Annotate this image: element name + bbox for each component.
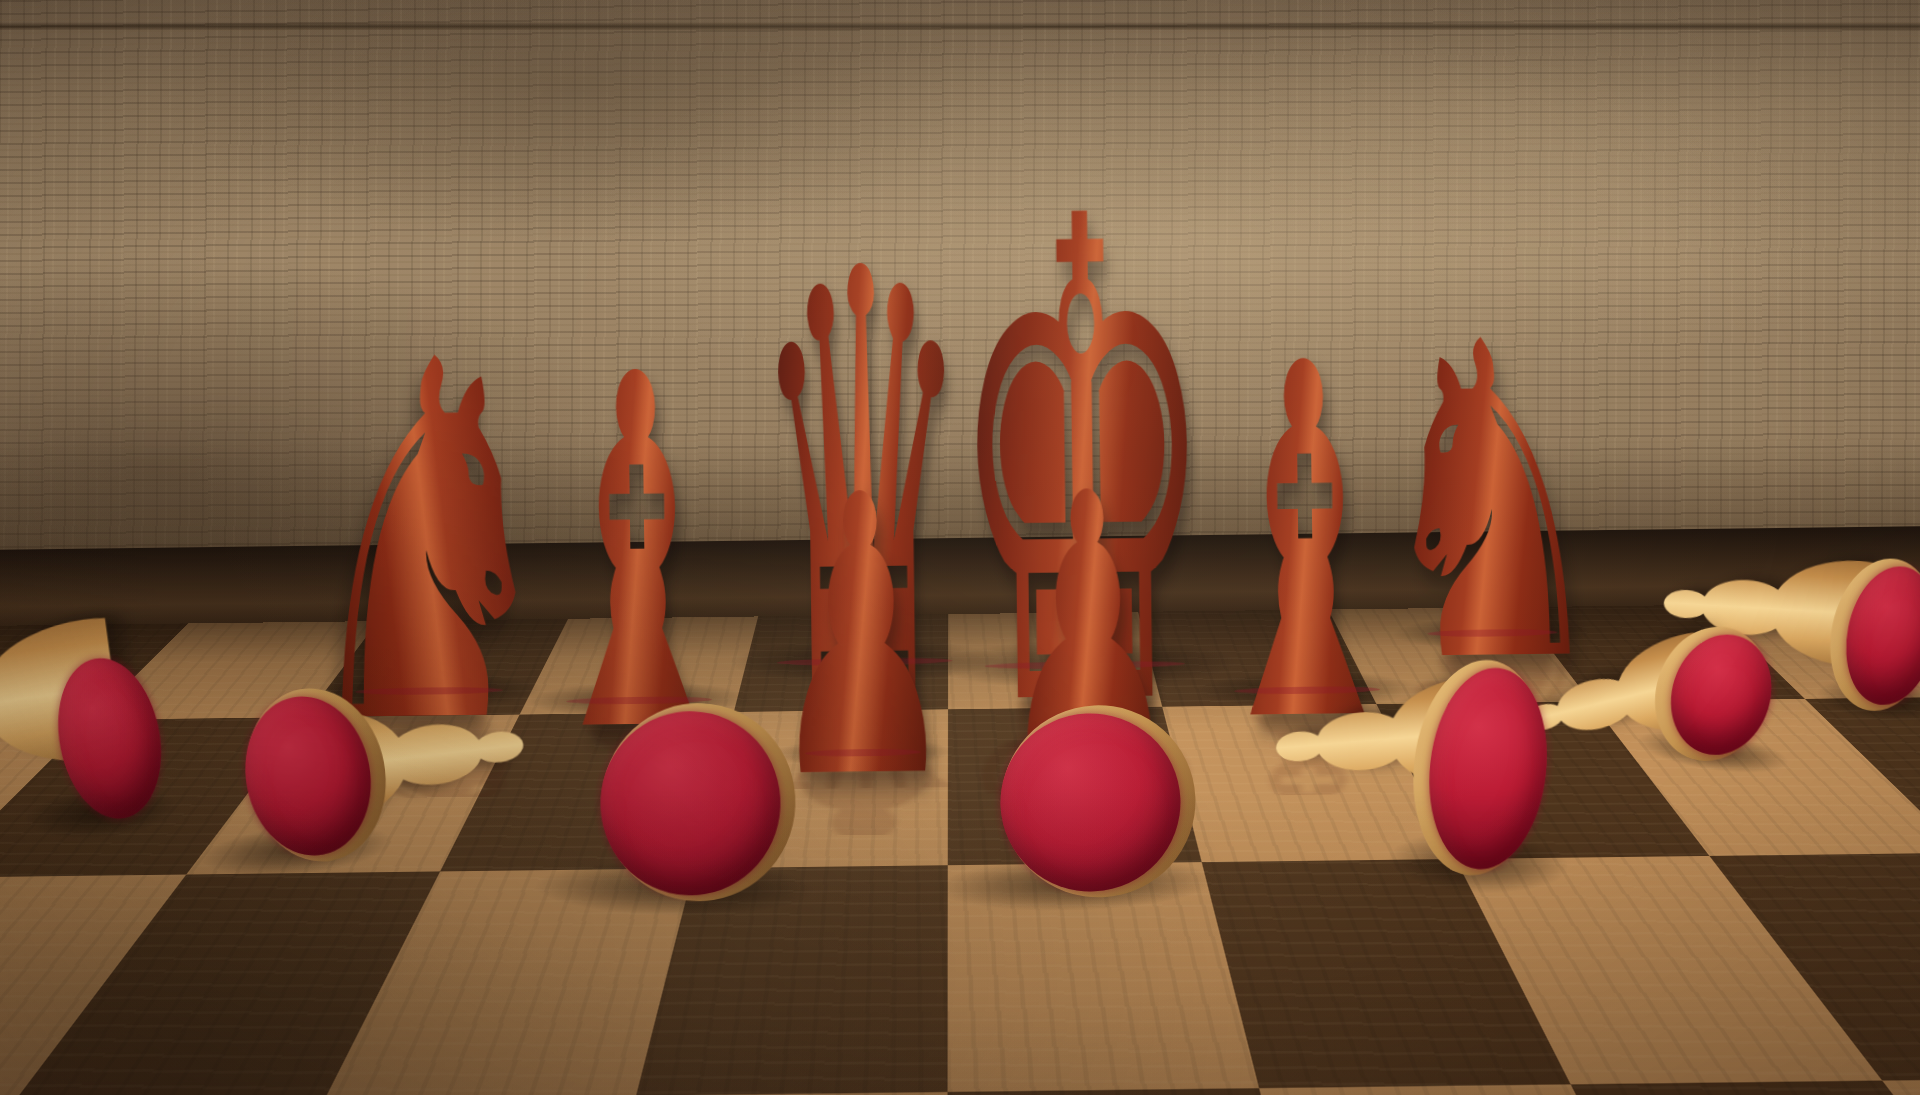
chess-board: ♞♝♛♟♚♟♝♞ ♞♝♛♟♚♟♝♞ ♟♟♟♟♟ xyxy=(0,0,1920,1095)
chess-photo-scene: ♞♝♛♟♚♟♝♞ ♞♝♛♟♚♟♝♞ ♟♟♟♟♟ xyxy=(0,0,1920,1095)
